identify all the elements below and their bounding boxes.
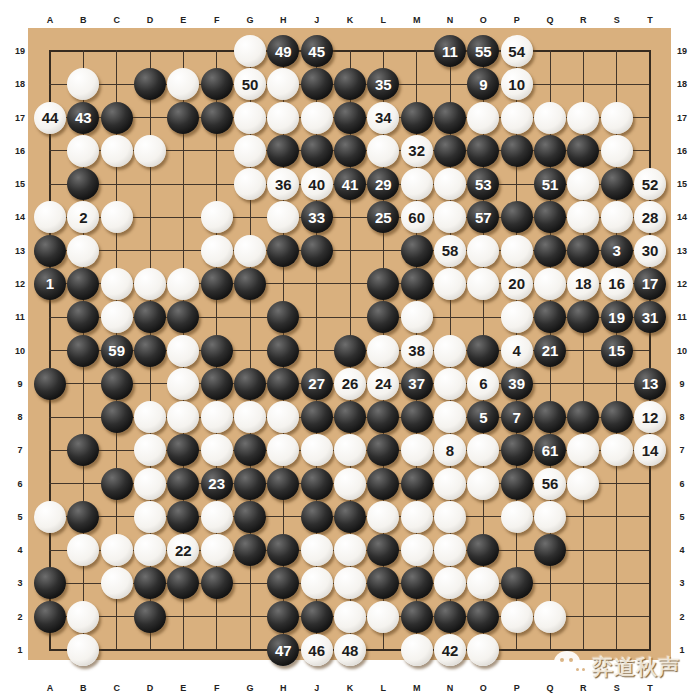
stone-black [301, 468, 333, 500]
stone-black: 51 [534, 168, 566, 200]
stone-black [101, 468, 133, 500]
stone-white [101, 135, 133, 167]
stone-black [67, 301, 99, 333]
stone-black [134, 301, 166, 333]
move-number: 21 [542, 343, 559, 358]
row-label-left: 9 [17, 379, 22, 389]
column-label-top: N [447, 15, 454, 25]
row-label-right: 14 [677, 212, 687, 222]
row-label-right: 3 [679, 578, 684, 588]
move-number: 20 [508, 276, 525, 291]
stone-white: 32 [401, 135, 433, 167]
stone-white: 10 [501, 68, 533, 100]
move-number: 54 [508, 44, 525, 59]
row-label-left: 6 [17, 479, 22, 489]
stone-white [334, 434, 366, 466]
stone-white: 40 [301, 168, 333, 200]
column-label-bottom: F [214, 683, 220, 693]
stone-white [567, 468, 599, 500]
stone-white [167, 335, 199, 367]
stone-white [34, 201, 66, 233]
column-label-top: S [614, 15, 620, 25]
stone-black [267, 534, 299, 566]
stone-white: 52 [634, 168, 666, 200]
stone-black [167, 567, 199, 599]
stone-black [34, 601, 66, 633]
stone-white: 14 [634, 434, 666, 466]
stone-white [467, 102, 499, 134]
stone-black [367, 567, 399, 599]
column-label-bottom: J [314, 683, 319, 693]
stone-white: 12 [634, 401, 666, 433]
move-number: 29 [375, 177, 392, 192]
stone-white [34, 501, 66, 533]
stone-black [101, 368, 133, 400]
stone-black: 23 [201, 468, 233, 500]
move-number: 42 [442, 643, 459, 658]
stone-white [334, 468, 366, 500]
stone-black [501, 135, 533, 167]
stone-black [267, 135, 299, 167]
row-label-left: 16 [15, 146, 25, 156]
stone-white [67, 634, 99, 666]
stone-black [334, 401, 366, 433]
move-number: 46 [308, 643, 325, 658]
stone-black [434, 135, 466, 167]
stone-white [234, 35, 266, 67]
stone-black: 15 [601, 335, 633, 367]
stone-black: 5 [467, 401, 499, 433]
stone-black [367, 534, 399, 566]
stone-white: 2 [67, 201, 99, 233]
stone-black [167, 301, 199, 333]
move-number: 14 [642, 443, 659, 458]
stone-white: 20 [501, 268, 533, 300]
stone-black: 37 [401, 368, 433, 400]
row-label-left: 2 [17, 612, 22, 622]
row-label-right: 4 [679, 545, 684, 555]
stone-black [234, 468, 266, 500]
stone-white [167, 368, 199, 400]
stone-white [334, 534, 366, 566]
stone-white [534, 268, 566, 300]
stone-white [534, 501, 566, 533]
move-number: 61 [542, 443, 559, 458]
row-label-right: 15 [677, 179, 687, 189]
column-label-bottom: B [80, 683, 87, 693]
stone-black: 45 [301, 35, 333, 67]
stone-white [234, 135, 266, 167]
stone-white [167, 401, 199, 433]
stone-white [534, 102, 566, 134]
stone-white [234, 168, 266, 200]
stone-white: 6 [467, 368, 499, 400]
stone-black [534, 135, 566, 167]
stone-black: 11 [434, 35, 466, 67]
stone-black: 17 [634, 268, 666, 300]
column-label-top: F [214, 15, 220, 25]
stone-white [401, 634, 433, 666]
stone-black [467, 601, 499, 633]
column-label-top: T [647, 15, 653, 25]
stone-white: 60 [401, 201, 433, 233]
row-label-right: 19 [677, 46, 687, 56]
stone-black [267, 468, 299, 500]
move-number: 37 [408, 376, 425, 391]
stone-white [67, 601, 99, 633]
stone-white [567, 168, 599, 200]
stone-white [367, 335, 399, 367]
stone-white: 58 [434, 235, 466, 267]
stone-black [367, 268, 399, 300]
row-label-left: 14 [15, 212, 25, 222]
row-label-right: 9 [679, 379, 684, 389]
move-number: 33 [308, 210, 325, 225]
stone-white: 48 [334, 634, 366, 666]
row-label-left: 4 [17, 545, 22, 555]
move-number: 45 [308, 44, 325, 59]
watermark: 弈道秋声 [552, 644, 697, 690]
stone-black [67, 335, 99, 367]
stone-white [267, 401, 299, 433]
grid-line-vertical [649, 50, 651, 651]
stone-black: 3 [601, 235, 633, 267]
stone-black [501, 567, 533, 599]
stone-black [167, 102, 199, 134]
move-number: 28 [642, 210, 659, 225]
stone-white [367, 601, 399, 633]
stone-white [467, 567, 499, 599]
stone-white [601, 434, 633, 466]
stone-black [301, 135, 333, 167]
stone-black [201, 335, 233, 367]
stone-black [201, 268, 233, 300]
stone-black [201, 102, 233, 134]
stone-black [334, 335, 366, 367]
stone-black [567, 301, 599, 333]
move-number: 31 [642, 310, 659, 325]
stone-white [301, 567, 333, 599]
stone-white [134, 135, 166, 167]
row-label-right: 13 [677, 246, 687, 256]
column-label-top: B [80, 15, 87, 25]
stone-black: 49 [267, 35, 299, 67]
move-number: 18 [575, 276, 592, 291]
stone-white [434, 335, 466, 367]
stone-white [601, 201, 633, 233]
stone-black [201, 68, 233, 100]
stone-black [401, 102, 433, 134]
stone-white [134, 534, 166, 566]
stone-white [334, 601, 366, 633]
stone-white: 4 [501, 335, 533, 367]
move-number: 59 [108, 343, 125, 358]
stone-black [167, 468, 199, 500]
move-number: 6 [479, 376, 487, 391]
stone-black [501, 201, 533, 233]
stone-white [301, 534, 333, 566]
stone-white [201, 434, 233, 466]
move-number: 13 [642, 376, 659, 391]
move-number: 43 [75, 110, 92, 125]
stone-black [201, 368, 233, 400]
stone-black [234, 368, 266, 400]
stone-black [467, 335, 499, 367]
stone-white [234, 401, 266, 433]
stone-white [501, 301, 533, 333]
stone-black [267, 567, 299, 599]
stone-black [34, 567, 66, 599]
stone-black [534, 235, 566, 267]
column-label-top: D [147, 15, 154, 25]
column-label-top: J [314, 15, 319, 25]
stone-black [67, 268, 99, 300]
stone-black: 43 [67, 102, 99, 134]
move-number: 26 [342, 376, 359, 391]
stone-black [534, 201, 566, 233]
move-number: 44 [42, 110, 59, 125]
move-number: 16 [608, 276, 625, 291]
stone-white [167, 68, 199, 100]
stone-black [467, 534, 499, 566]
stone-white: 46 [301, 634, 333, 666]
stone-white [601, 135, 633, 167]
move-number: 32 [408, 143, 425, 158]
stone-black [301, 501, 333, 533]
stone-black [234, 434, 266, 466]
stone-black: 1 [34, 268, 66, 300]
stone-white [601, 102, 633, 134]
move-number: 34 [375, 110, 392, 125]
stone-black [301, 68, 333, 100]
stone-white [434, 201, 466, 233]
stone-white [401, 168, 433, 200]
stone-white [201, 534, 233, 566]
stone-black [267, 301, 299, 333]
stone-white [434, 268, 466, 300]
stone-white [467, 434, 499, 466]
stone-black [401, 401, 433, 433]
row-label-left: 5 [17, 512, 22, 522]
move-number: 56 [542, 476, 559, 491]
stone-black [301, 401, 333, 433]
move-number: 3 [612, 243, 620, 258]
stone-black: 35 [367, 68, 399, 100]
stone-white [334, 567, 366, 599]
stone-white [467, 268, 499, 300]
stone-black [267, 335, 299, 367]
column-label-bottom: N [447, 683, 454, 693]
stone-black: 41 [334, 168, 366, 200]
stone-black [434, 601, 466, 633]
stone-black: 25 [367, 201, 399, 233]
stone-white [434, 401, 466, 433]
stone-white: 28 [634, 201, 666, 233]
row-label-left: 19 [15, 46, 25, 56]
column-label-top: K [347, 15, 354, 25]
stone-white [101, 201, 133, 233]
stone-black [134, 567, 166, 599]
stone-black: 13 [634, 368, 666, 400]
move-number: 41 [342, 177, 359, 192]
stone-white [367, 501, 399, 533]
column-label-bottom: E [180, 683, 186, 693]
wechat-icon [552, 649, 592, 685]
stone-white [501, 235, 533, 267]
stone-black [301, 235, 333, 267]
stone-white [401, 501, 433, 533]
column-label-bottom: G [246, 683, 253, 693]
row-label-left: 15 [15, 179, 25, 189]
watermark-text: 弈道秋声 [592, 653, 680, 681]
move-number: 49 [275, 44, 292, 59]
column-label-top: M [413, 15, 421, 25]
stone-black [334, 68, 366, 100]
stone-white [134, 401, 166, 433]
column-label-top: H [280, 15, 287, 25]
move-number: 24 [375, 376, 392, 391]
move-number: 39 [508, 376, 525, 391]
column-label-bottom: K [347, 683, 354, 693]
stone-white [201, 501, 233, 533]
stone-white: 16 [601, 268, 633, 300]
column-label-top: L [381, 15, 387, 25]
stone-black [567, 235, 599, 267]
row-label-left: 1 [17, 645, 22, 655]
row-label-right: 7 [679, 445, 684, 455]
stone-white [467, 235, 499, 267]
stone-white [534, 601, 566, 633]
stone-black: 59 [101, 335, 133, 367]
move-number: 35 [375, 77, 392, 92]
move-number: 15 [608, 343, 625, 358]
column-label-bottom: H [280, 683, 287, 693]
stone-black [267, 601, 299, 633]
stone-black [267, 368, 299, 400]
stone-black [567, 135, 599, 167]
stone-white [267, 434, 299, 466]
move-number: 10 [508, 77, 525, 92]
row-label-right: 16 [677, 146, 687, 156]
stone-black [301, 601, 333, 633]
stone-black [534, 534, 566, 566]
stone-white: 24 [367, 368, 399, 400]
stone-white [67, 534, 99, 566]
stone-black [334, 135, 366, 167]
stone-black [601, 401, 633, 433]
column-label-top: G [246, 15, 253, 25]
stone-white [401, 434, 433, 466]
stone-black [434, 102, 466, 134]
stone-white [267, 201, 299, 233]
stone-white [234, 102, 266, 134]
row-label-right: 18 [677, 79, 687, 89]
column-label-bottom: O [480, 683, 487, 693]
stone-black [334, 501, 366, 533]
stone-black: 29 [367, 168, 399, 200]
stone-black: 57 [467, 201, 499, 233]
stone-black [401, 268, 433, 300]
stone-white: 30 [634, 235, 666, 267]
stone-white [201, 201, 233, 233]
stone-white [301, 102, 333, 134]
move-number: 52 [642, 177, 659, 192]
move-number: 30 [642, 243, 659, 258]
stone-white [467, 634, 499, 666]
stone-black [234, 501, 266, 533]
column-label-bottom: P [514, 683, 520, 693]
column-label-bottom: C [113, 683, 120, 693]
row-label-left: 8 [17, 412, 22, 422]
stone-black [267, 235, 299, 267]
stone-black [67, 434, 99, 466]
move-number: 11 [442, 44, 458, 59]
stone-black: 55 [467, 35, 499, 67]
stone-white [267, 102, 299, 134]
stone-white [567, 201, 599, 233]
move-number: 57 [475, 210, 492, 225]
stone-white [467, 468, 499, 500]
stone-black: 21 [534, 335, 566, 367]
stone-white [401, 301, 433, 333]
move-number: 25 [375, 210, 392, 225]
move-number: 9 [479, 77, 487, 92]
column-label-top: R [580, 15, 587, 25]
stone-black [167, 501, 199, 533]
stone-white [501, 102, 533, 134]
column-label-bottom: L [381, 683, 387, 693]
stone-black [334, 102, 366, 134]
row-label-left: 7 [17, 445, 22, 455]
move-number: 12 [642, 410, 659, 425]
row-label-left: 12 [15, 279, 25, 289]
row-label-left: 18 [15, 79, 25, 89]
column-label-bottom: A [47, 683, 54, 693]
row-label-right: 12 [677, 279, 687, 289]
stone-white [134, 268, 166, 300]
row-label-left: 13 [15, 246, 25, 256]
stone-black [367, 434, 399, 466]
stone-black [601, 168, 633, 200]
stone-white: 38 [401, 335, 433, 367]
stone-black [401, 235, 433, 267]
move-number: 51 [542, 177, 559, 192]
row-label-right: 2 [679, 612, 684, 622]
row-label-right: 6 [679, 479, 684, 489]
stone-black [34, 368, 66, 400]
stone-white [567, 102, 599, 134]
stone-black [234, 268, 266, 300]
stone-white [234, 235, 266, 267]
move-number: 27 [308, 376, 325, 391]
stone-black [134, 335, 166, 367]
stone-black [401, 468, 433, 500]
move-number: 47 [275, 643, 292, 658]
row-label-left: 11 [15, 312, 25, 322]
stone-black [401, 601, 433, 633]
stone-black: 27 [301, 368, 333, 400]
stone-white [167, 268, 199, 300]
stone-white [201, 401, 233, 433]
stone-white [434, 168, 466, 200]
stone-white [101, 268, 133, 300]
stone-white [434, 567, 466, 599]
stone-black [101, 102, 133, 134]
stone-white [434, 468, 466, 500]
column-label-bottom: D [147, 683, 154, 693]
stone-white [501, 601, 533, 633]
stone-black: 9 [467, 68, 499, 100]
